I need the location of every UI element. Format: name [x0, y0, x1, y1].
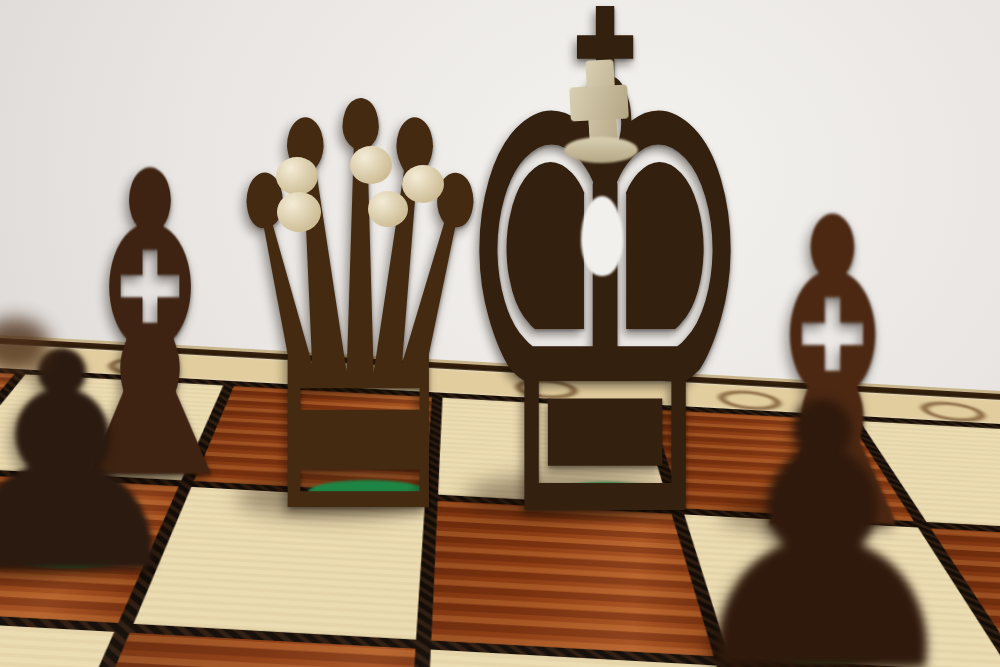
- square-d8[interactable]: [194, 386, 432, 494]
- square-c8[interactable]: [0, 374, 223, 480]
- square-d7[interactable]: [134, 487, 426, 640]
- photo-stage: ♝♛♚♝♟♟: [0, 0, 1000, 667]
- chess-board: [0, 0, 1000, 403]
- square-e7[interactable]: [431, 501, 713, 657]
- square-c6[interactable]: [0, 616, 114, 667]
- square-e8[interactable]: [438, 397, 670, 507]
- board-scene: [0, 1, 1000, 667]
